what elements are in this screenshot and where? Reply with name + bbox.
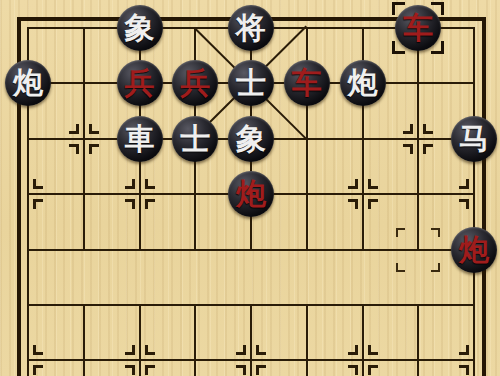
file-line-e-bottom (250, 304, 252, 376)
point-marker-i6 (459, 345, 469, 355)
piece-black-horse-i2[interactable]: 马 (451, 116, 497, 162)
file-line-d-bottom (194, 304, 196, 376)
file-line-f-bottom (306, 304, 308, 376)
file-line-i (473, 27, 475, 376)
point-marker-g6 (348, 345, 358, 355)
point-marker-b2 (69, 124, 79, 134)
last-move-origin-marker (396, 263, 405, 272)
file-line-g-bottom (362, 304, 364, 376)
point-marker-c3 (125, 179, 135, 189)
point-marker-c6 (125, 345, 135, 355)
point-marker-a6 (33, 345, 43, 355)
point-marker-c3 (145, 199, 155, 209)
point-marker-g6 (348, 365, 358, 375)
point-marker-g6 (368, 365, 378, 375)
file-line-h-top (417, 27, 419, 251)
point-marker-a3 (33, 199, 43, 209)
point-marker-b2 (89, 124, 99, 134)
file-line-b-top (83, 27, 85, 251)
point-marker-g3 (368, 179, 378, 189)
piece-red-soldier-c1[interactable]: 兵 (117, 60, 163, 106)
piece-black-elephant-e2[interactable]: 象 (228, 116, 274, 162)
point-marker-c3 (145, 179, 155, 189)
file-line-c-bottom (139, 304, 141, 376)
point-marker-h2 (423, 124, 433, 134)
file-line-b-bottom (83, 304, 85, 376)
point-marker-e6 (236, 345, 246, 355)
point-marker-b2 (69, 144, 79, 154)
last-move-origin-marker (396, 228, 405, 237)
point-marker-e6 (256, 365, 266, 375)
piece-red-cannon-i4[interactable]: 炮 (451, 227, 497, 273)
point-marker-a3 (33, 179, 43, 189)
point-marker-g3 (348, 179, 358, 189)
piece-black-chariot-c2[interactable]: 車 (117, 116, 163, 162)
piece-black-cannon-g1[interactable]: 炮 (340, 60, 386, 106)
piece-black-advisor-d2[interactable]: 士 (172, 116, 218, 162)
xiangqi-board: 象将车炮兵兵士车炮車士象马炮炮 (0, 0, 500, 376)
point-marker-g6 (368, 345, 378, 355)
file-line-h-bottom (417, 304, 419, 376)
piece-black-elephant-c0[interactable]: 象 (117, 5, 163, 51)
point-marker-c6 (145, 345, 155, 355)
point-marker-i3 (459, 179, 469, 189)
piece-red-cannon-e3[interactable]: 炮 (228, 171, 274, 217)
point-marker-a6 (33, 365, 43, 375)
point-marker-g3 (368, 199, 378, 209)
point-marker-h2 (403, 124, 413, 134)
point-marker-e6 (236, 365, 246, 375)
point-marker-i6 (459, 365, 469, 375)
point-marker-c6 (145, 365, 155, 375)
piece-red-chariot-f1[interactable]: 车 (284, 60, 330, 106)
point-marker-h2 (423, 144, 433, 154)
point-marker-b2 (89, 144, 99, 154)
last-move-origin-marker (431, 263, 440, 272)
point-marker-c3 (125, 199, 135, 209)
point-marker-g3 (348, 199, 358, 209)
last-move-origin-marker (431, 228, 440, 237)
point-marker-c6 (125, 365, 135, 375)
point-marker-e6 (256, 345, 266, 355)
point-marker-h2 (403, 144, 413, 154)
point-marker-i3 (459, 199, 469, 209)
piece-red-chariot-h0[interactable]: 车 (395, 5, 441, 51)
piece-black-general-e0[interactable]: 将 (228, 5, 274, 51)
